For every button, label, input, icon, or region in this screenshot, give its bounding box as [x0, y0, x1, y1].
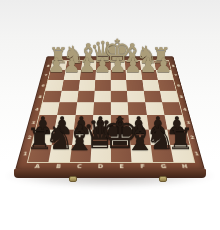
- piece-white-pawn: ♟: [155, 56, 172, 75]
- piece-black-rook: ♜: [167, 125, 193, 154]
- product-photo: ABCDEFGH1122334455667788 ♜♞♝♛♚♝♞♜♟♟♟♟♟♟♟…: [0, 0, 220, 230]
- pieces-layer: ♜♞♝♛♚♝♞♜♟♟♟♟♟♟♟♟♟♟♟♟♟♟♟♟♜♞♝♛♚♝♞♜: [0, 0, 220, 230]
